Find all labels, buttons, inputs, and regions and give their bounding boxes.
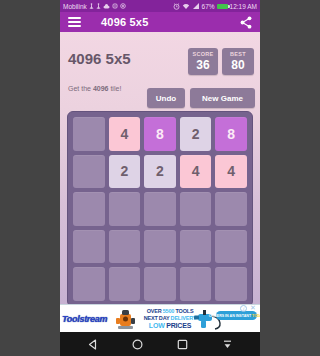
new-game-button[interactable]: New Game [190, 88, 255, 108]
router-tool-image [112, 308, 138, 331]
game-goal-text: Get the 4096 tile! [68, 85, 121, 92]
empty-cell [73, 267, 105, 301]
empty-cell [73, 192, 105, 226]
empty-cell [109, 192, 141, 226]
best-label: BEST [230, 51, 246, 57]
cloud-notification-icon [103, 3, 110, 9]
battery-percent-label: 67% [202, 3, 215, 10]
ad-advertiser-logo: Toolstream [62, 314, 107, 324]
app-notification-icon-1 [112, 3, 118, 9]
menu-icon[interactable] [68, 17, 81, 28]
score-label: SCORE [192, 51, 213, 57]
empty-cell [215, 192, 247, 226]
tile-4: 4 [215, 155, 247, 189]
tile-2: 2 [109, 155, 141, 189]
empty-cell [215, 267, 247, 301]
android-nav-bar [60, 332, 260, 356]
recents-button-icon[interactable] [170, 332, 194, 356]
app-bar: 4096 5x5 [60, 12, 260, 32]
best-value: 80 [231, 58, 244, 72]
empty-cell [109, 267, 141, 301]
share-icon[interactable] [240, 16, 252, 29]
status-bar: Mobilink 67% 12:19 AM [60, 0, 260, 12]
ad-close-icon[interactable]: ✕ [250, 304, 256, 312]
game-title: 4096 5x5 [68, 50, 131, 67]
battery-icon [217, 4, 228, 9]
tile-4: 4 [109, 117, 141, 151]
hide-navbar-icon[interactable] [215, 332, 239, 356]
tile-2: 2 [144, 155, 176, 189]
empty-cell [215, 230, 247, 264]
mobile-signal-icon [192, 3, 200, 10]
empty-cell [109, 230, 141, 264]
empty-cell [73, 155, 105, 189]
carrier-label: Mobilink [63, 3, 87, 10]
back-button-icon[interactable] [81, 332, 105, 356]
empty-cell [180, 192, 212, 226]
alarm-clock-icon [173, 3, 180, 10]
tile-8: 8 [144, 117, 176, 151]
board-grid[interactable]: 48282244 [67, 111, 253, 307]
empty-cell [73, 117, 105, 151]
app-notification-icon-2 [120, 3, 126, 9]
app-bar-title: 4096 5x5 [101, 16, 148, 28]
best-box: BEST 80 [222, 48, 254, 75]
home-button-icon[interactable] [126, 332, 150, 356]
score-value: 36 [196, 58, 209, 72]
clock-label: 12:19 AM [230, 3, 257, 10]
wifi-icon [182, 3, 190, 10]
score-box: SCORE 36 [188, 48, 218, 75]
signal-tower-icon-2 [96, 3, 101, 10]
phone-screen: Mobilink 67% 12:19 AM [60, 0, 260, 356]
ad-cta-button[interactable]: ORDERS IN AN INSTANTTODAY [216, 311, 257, 320]
empty-cell [180, 230, 212, 264]
empty-cell [144, 267, 176, 301]
empty-cell [73, 230, 105, 264]
undo-button[interactable]: Undo [147, 88, 185, 108]
tile-8: 8 [215, 117, 247, 151]
signal-tower-icon [89, 3, 94, 10]
tile-2: 2 [180, 117, 212, 151]
empty-cell [144, 230, 176, 264]
empty-cell [144, 192, 176, 226]
empty-cell [180, 267, 212, 301]
ad-info-icon[interactable]: i [240, 305, 247, 312]
tile-4: 4 [180, 155, 212, 189]
